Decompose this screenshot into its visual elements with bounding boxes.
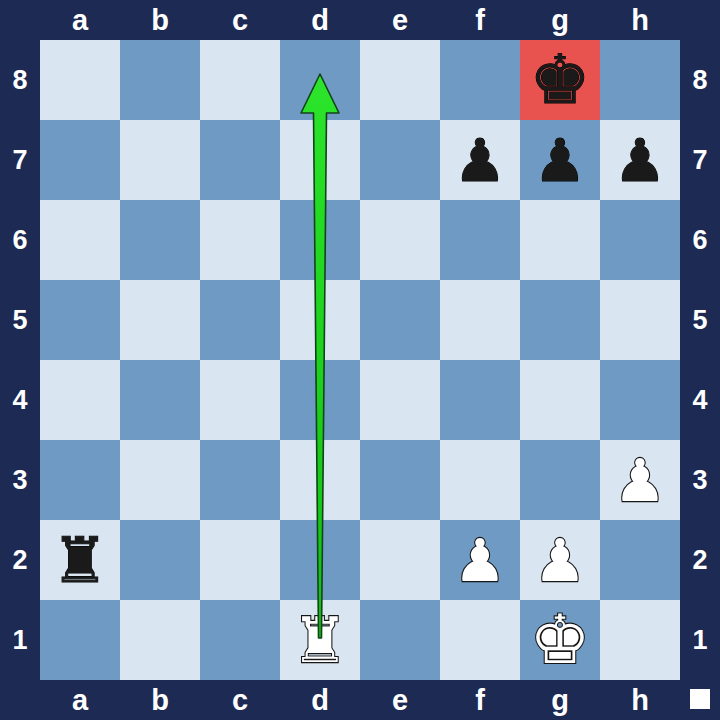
square-b5[interactable] <box>120 280 200 360</box>
square-d6[interactable] <box>280 200 360 280</box>
rank-label: 2 <box>0 520 40 600</box>
square-h7[interactable]: ♟ <box>600 120 680 200</box>
piece-black-pawn-h7[interactable]: ♟ <box>614 131 667 190</box>
square-b3[interactable] <box>120 440 200 520</box>
rank-labels-right: 87654321 <box>680 40 720 680</box>
rank-label: 8 <box>0 40 40 120</box>
file-label: h <box>600 0 680 40</box>
file-label: e <box>360 0 440 40</box>
rank-label: 3 <box>0 440 40 520</box>
file-label: f <box>440 680 520 720</box>
file-label: d <box>280 0 360 40</box>
square-h2[interactable] <box>600 520 680 600</box>
rank-label: 4 <box>680 360 720 440</box>
rank-label: 1 <box>0 600 40 680</box>
square-h8[interactable] <box>600 40 680 120</box>
square-g6[interactable] <box>520 200 600 280</box>
file-label: f <box>440 0 520 40</box>
file-label: a <box>40 0 120 40</box>
square-g7[interactable]: ♟ <box>520 120 600 200</box>
chess-board: ♚♟♟♟♟♜♟♟♜♚ <box>40 40 680 680</box>
square-d2[interactable] <box>280 520 360 600</box>
file-label: c <box>200 680 280 720</box>
rank-label: 6 <box>680 200 720 280</box>
square-f5[interactable] <box>440 280 520 360</box>
rank-label: 6 <box>0 200 40 280</box>
rank-label: 7 <box>0 120 40 200</box>
rank-labels-left: 87654321 <box>0 40 40 680</box>
rank-label: 5 <box>680 280 720 360</box>
file-label: b <box>120 0 200 40</box>
square-a1[interactable] <box>40 600 120 680</box>
square-b4[interactable] <box>120 360 200 440</box>
square-g5[interactable] <box>520 280 600 360</box>
rank-label: 5 <box>0 280 40 360</box>
piece-white-pawn-h3[interactable]: ♟ <box>614 451 667 510</box>
square-c4[interactable] <box>200 360 280 440</box>
square-a5[interactable] <box>40 280 120 360</box>
square-b2[interactable] <box>120 520 200 600</box>
piece-white-pawn-g2[interactable]: ♟ <box>534 531 587 590</box>
file-label: d <box>280 680 360 720</box>
file-label: h <box>600 680 680 720</box>
piece-black-pawn-f7[interactable]: ♟ <box>454 131 507 190</box>
square-g1[interactable]: ♚ <box>520 600 600 680</box>
piece-white-rook-d1[interactable]: ♜ <box>292 609 348 672</box>
square-e1[interactable] <box>360 600 440 680</box>
square-a2[interactable]: ♜ <box>40 520 120 600</box>
square-c7[interactable] <box>200 120 280 200</box>
square-b8[interactable] <box>120 40 200 120</box>
square-f2[interactable]: ♟ <box>440 520 520 600</box>
square-c3[interactable] <box>200 440 280 520</box>
square-a8[interactable] <box>40 40 120 120</box>
square-e2[interactable] <box>360 520 440 600</box>
square-h5[interactable] <box>600 280 680 360</box>
file-label: a <box>40 680 120 720</box>
square-a6[interactable] <box>40 200 120 280</box>
side-to-move-indicator <box>690 689 710 709</box>
square-h4[interactable] <box>600 360 680 440</box>
square-e7[interactable] <box>360 120 440 200</box>
square-d1[interactable]: ♜ <box>280 600 360 680</box>
piece-white-king-g1[interactable]: ♚ <box>530 606 591 674</box>
square-g2[interactable]: ♟ <box>520 520 600 600</box>
square-a7[interactable] <box>40 120 120 200</box>
square-f6[interactable] <box>440 200 520 280</box>
file-label: c <box>200 0 280 40</box>
piece-black-rook-a2[interactable]: ♜ <box>52 529 108 592</box>
square-c6[interactable] <box>200 200 280 280</box>
square-c1[interactable] <box>200 600 280 680</box>
square-g4[interactable] <box>520 360 600 440</box>
file-label: b <box>120 680 200 720</box>
file-labels-bottom: abcdefgh <box>40 680 680 720</box>
square-e8[interactable] <box>360 40 440 120</box>
square-h6[interactable] <box>600 200 680 280</box>
square-f1[interactable] <box>440 600 520 680</box>
square-f3[interactable] <box>440 440 520 520</box>
square-b7[interactable] <box>120 120 200 200</box>
square-e4[interactable] <box>360 360 440 440</box>
file-label: e <box>360 680 440 720</box>
square-b6[interactable] <box>120 200 200 280</box>
square-h3[interactable]: ♟ <box>600 440 680 520</box>
rank-label: 1 <box>680 600 720 680</box>
square-c5[interactable] <box>200 280 280 360</box>
square-e3[interactable] <box>360 440 440 520</box>
square-b1[interactable] <box>120 600 200 680</box>
file-label: g <box>520 680 600 720</box>
square-d5[interactable] <box>280 280 360 360</box>
square-a4[interactable] <box>40 360 120 440</box>
square-e5[interactable] <box>360 280 440 360</box>
square-f7[interactable]: ♟ <box>440 120 520 200</box>
rank-label: 2 <box>680 520 720 600</box>
piece-black-king-g8[interactable]: ♚ <box>530 46 591 114</box>
square-e6[interactable] <box>360 200 440 280</box>
rank-label: 7 <box>680 120 720 200</box>
square-g8[interactable]: ♚ <box>520 40 600 120</box>
file-labels-top: abcdefgh <box>40 0 680 40</box>
rank-label: 8 <box>680 40 720 120</box>
square-f4[interactable] <box>440 360 520 440</box>
rank-label: 4 <box>0 360 40 440</box>
square-c2[interactable] <box>200 520 280 600</box>
square-a3[interactable] <box>40 440 120 520</box>
square-d3[interactable] <box>280 440 360 520</box>
square-h1[interactable] <box>600 600 680 680</box>
square-d7[interactable] <box>280 120 360 200</box>
piece-white-pawn-f2[interactable]: ♟ <box>454 531 507 590</box>
square-d4[interactable] <box>280 360 360 440</box>
square-g3[interactable] <box>520 440 600 520</box>
piece-black-pawn-g7[interactable]: ♟ <box>534 131 587 190</box>
square-f8[interactable] <box>440 40 520 120</box>
square-c8[interactable] <box>200 40 280 120</box>
rank-label: 3 <box>680 440 720 520</box>
chess-board-frame: abcdefgh abcdefgh 87654321 87654321 ♚♟♟♟… <box>0 0 720 720</box>
file-label: g <box>520 0 600 40</box>
square-d8[interactable] <box>280 40 360 120</box>
